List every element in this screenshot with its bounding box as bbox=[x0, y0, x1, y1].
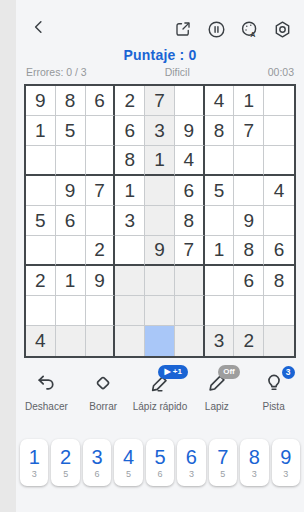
cell-r2c3[interactable] bbox=[86, 116, 116, 146]
fast-pencil-button[interactable]: ▶ +1 Lápiz rápido bbox=[132, 372, 189, 412]
numpad-digit: 9 bbox=[280, 447, 291, 468]
share-icon bbox=[174, 20, 192, 38]
cell-r6c2[interactable] bbox=[56, 236, 86, 266]
back-button[interactable] bbox=[29, 19, 49, 39]
cell-r8c8[interactable] bbox=[234, 296, 264, 326]
cell-r4c9[interactable]: 4 bbox=[264, 176, 294, 206]
cell-r1c7[interactable]: 4 bbox=[205, 86, 235, 116]
cell-r1c6[interactable] bbox=[175, 86, 205, 116]
sudoku-app: A Puntaje : 0 Errores: 0 / 3 Dificil 00:… bbox=[16, 0, 304, 512]
cell-r2c4[interactable]: 6 bbox=[115, 116, 145, 146]
cell-r8c2[interactable] bbox=[56, 296, 86, 326]
numpad-count: 3 bbox=[283, 469, 288, 479]
pencil-badge: Off bbox=[218, 365, 240, 379]
hint-badge: 3 bbox=[282, 366, 295, 379]
cell-r5c9[interactable] bbox=[264, 206, 294, 236]
numpad-count: 5 bbox=[220, 469, 225, 479]
undo-button[interactable]: Deshacer bbox=[18, 372, 75, 412]
pencil-button[interactable]: Off Lapiz bbox=[188, 372, 245, 412]
cell-r2c8[interactable]: 7 bbox=[234, 116, 264, 146]
cell-r6c1[interactable] bbox=[26, 236, 56, 266]
numpad-count: 5 bbox=[63, 469, 68, 479]
cell-r9c6[interactable] bbox=[175, 326, 205, 356]
numpad-count: 6 bbox=[95, 469, 100, 479]
cell-r6c5[interactable]: 9 bbox=[145, 236, 175, 266]
cell-r3c9[interactable] bbox=[264, 146, 294, 176]
theme-button[interactable]: A bbox=[240, 20, 258, 38]
cell-r7c6[interactable] bbox=[175, 266, 205, 296]
status-row: Errores: 0 / 3 Dificil 00:03 bbox=[16, 66, 304, 78]
undo-label: Deshacer bbox=[25, 401, 68, 412]
numpad-key-1[interactable]: 13 bbox=[20, 439, 48, 486]
share-button[interactable] bbox=[174, 20, 192, 38]
cell-r3c8[interactable] bbox=[234, 146, 264, 176]
cell-r4c5[interactable] bbox=[145, 176, 175, 206]
cell-r5c5[interactable] bbox=[145, 206, 175, 236]
numpad-key-4[interactable]: 45 bbox=[114, 439, 142, 486]
cell-r3c3[interactable] bbox=[86, 146, 116, 176]
cell-r8c9[interactable] bbox=[264, 296, 294, 326]
errors-text: Errores: 0 / 3 bbox=[26, 66, 87, 78]
erase-label: Borrar bbox=[89, 401, 117, 412]
settings-icon bbox=[273, 20, 292, 39]
cell-r7c7[interactable] bbox=[205, 266, 235, 296]
cell-r2c9[interactable] bbox=[264, 116, 294, 146]
cell-r7c2[interactable]: 1 bbox=[56, 266, 86, 296]
cell-r1c1[interactable]: 9 bbox=[26, 86, 56, 116]
cell-r2c6[interactable]: 9 bbox=[175, 116, 205, 146]
cell-r4c4[interactable]: 1 bbox=[115, 176, 145, 206]
svg-text:A: A bbox=[250, 31, 255, 39]
numpad-digit: 4 bbox=[123, 447, 134, 468]
cell-r9c7[interactable]: 3 bbox=[205, 326, 235, 356]
cell-r6c3[interactable]: 2 bbox=[86, 236, 116, 266]
cell-r8c3[interactable] bbox=[86, 296, 116, 326]
cell-r4c3[interactable]: 7 bbox=[86, 176, 116, 206]
cell-r7c9[interactable]: 8 bbox=[264, 266, 294, 296]
numpad-key-8[interactable]: 83 bbox=[240, 439, 268, 486]
cell-r1c8[interactable]: 1 bbox=[234, 86, 264, 116]
cell-r1c2[interactable]: 8 bbox=[56, 86, 86, 116]
cell-r2c2[interactable]: 5 bbox=[56, 116, 86, 146]
cell-r6c8[interactable]: 8 bbox=[234, 236, 264, 266]
numpad-count: 3 bbox=[189, 469, 194, 479]
cell-r6c9[interactable]: 6 bbox=[264, 236, 294, 266]
numpad-count: 6 bbox=[157, 469, 162, 479]
toolbar: Deshacer Borrar ▶ +1 Lápiz rápido Off bbox=[16, 372, 304, 412]
cell-r4c8[interactable] bbox=[234, 176, 264, 206]
cell-r5c4[interactable]: 3 bbox=[115, 206, 145, 236]
cell-r8c6[interactable] bbox=[175, 296, 205, 326]
cell-r1c9[interactable] bbox=[264, 86, 294, 116]
cell-r1c5[interactable]: 7 bbox=[145, 86, 175, 116]
cell-r4c2[interactable]: 9 bbox=[56, 176, 86, 206]
numpad-key-2[interactable]: 25 bbox=[51, 439, 79, 486]
cell-r1c3[interactable]: 6 bbox=[86, 86, 116, 116]
numpad-count: 3 bbox=[32, 469, 37, 479]
back-icon bbox=[30, 18, 48, 40]
cell-r1c4[interactable]: 2 bbox=[115, 86, 145, 116]
cell-r6c7[interactable]: 1 bbox=[205, 236, 235, 266]
cell-r3c6[interactable]: 4 bbox=[175, 146, 205, 176]
cell-r6c6[interactable]: 7 bbox=[175, 236, 205, 266]
pencil-label: Lapiz bbox=[205, 401, 229, 412]
cell-r5c2[interactable]: 6 bbox=[56, 206, 86, 236]
cell-r5c8[interactable]: 9 bbox=[234, 206, 264, 236]
cell-r7c4[interactable] bbox=[115, 266, 145, 296]
fast-pencil-badge: ▶ +1 bbox=[158, 365, 188, 379]
cell-r6c4[interactable] bbox=[115, 236, 145, 266]
numpad-count: 5 bbox=[126, 469, 131, 479]
cell-r5c7[interactable] bbox=[205, 206, 235, 236]
top-bar: A bbox=[16, 0, 304, 40]
cell-r2c5[interactable]: 3 bbox=[145, 116, 175, 146]
cell-r4c6[interactable]: 6 bbox=[175, 176, 205, 206]
cell-r2c1[interactable]: 1 bbox=[26, 116, 56, 146]
cell-r4c7[interactable]: 5 bbox=[205, 176, 235, 206]
cell-r3c1[interactable] bbox=[26, 146, 56, 176]
cell-r7c1[interactable]: 2 bbox=[26, 266, 56, 296]
numpad-digit: 8 bbox=[249, 447, 260, 468]
number-pad: 132536455663758393 bbox=[20, 439, 300, 486]
theme-icon: A bbox=[240, 20, 259, 39]
cell-r9c9[interactable] bbox=[264, 326, 294, 356]
cell-r9c2[interactable] bbox=[56, 326, 86, 356]
numpad-digit: 6 bbox=[186, 447, 197, 468]
cell-r3c2[interactable] bbox=[56, 146, 86, 176]
cell-r5c1[interactable]: 5 bbox=[26, 206, 56, 236]
numpad-key-7[interactable]: 75 bbox=[209, 439, 237, 486]
undo-icon bbox=[35, 372, 58, 399]
bulb-icon bbox=[263, 372, 285, 398]
timer-text: 00:03 bbox=[268, 66, 294, 78]
cell-r7c8[interactable]: 6 bbox=[234, 266, 264, 296]
numpad-key-5[interactable]: 56 bbox=[146, 439, 174, 486]
pause-icon bbox=[207, 20, 226, 39]
sudoku-board: 9862741156398781497165456389297186219684… bbox=[24, 84, 296, 358]
numpad-digit: 3 bbox=[92, 447, 103, 468]
cell-r8c4[interactable] bbox=[115, 296, 145, 326]
cell-r4c1[interactable] bbox=[26, 176, 56, 206]
cell-r9c4[interactable] bbox=[115, 326, 145, 356]
cell-r8c1[interactable] bbox=[26, 296, 56, 326]
erase-button[interactable]: Borrar bbox=[75, 372, 132, 412]
numpad-key-6[interactable]: 63 bbox=[177, 439, 205, 486]
numpad-key-9[interactable]: 93 bbox=[272, 439, 300, 486]
hint-label: Pista bbox=[262, 401, 284, 412]
pause-button[interactable] bbox=[207, 20, 225, 38]
cell-r9c5[interactable] bbox=[145, 326, 175, 356]
numpad-count: 3 bbox=[252, 469, 257, 479]
cell-r3c5[interactable]: 1 bbox=[145, 146, 175, 176]
numpad-digit: 2 bbox=[60, 447, 71, 468]
eraser-icon bbox=[92, 372, 114, 398]
cell-r7c3[interactable]: 9 bbox=[86, 266, 116, 296]
cell-r3c4[interactable]: 8 bbox=[115, 146, 145, 176]
settings-button[interactable] bbox=[273, 20, 291, 38]
cell-r7c5[interactable] bbox=[145, 266, 175, 296]
cell-r3c7[interactable] bbox=[205, 146, 235, 176]
score-text: Puntaje : 0 bbox=[16, 47, 304, 63]
cell-r2c7[interactable]: 8 bbox=[205, 116, 235, 146]
cell-r5c6[interactable]: 8 bbox=[175, 206, 205, 236]
cell-r9c1[interactable]: 4 bbox=[26, 326, 56, 356]
fast-pencil-label: Lápiz rápido bbox=[133, 401, 187, 412]
difficulty-text: Dificil bbox=[87, 66, 268, 78]
numpad-key-3[interactable]: 36 bbox=[83, 439, 111, 486]
cell-r9c3[interactable] bbox=[86, 326, 116, 356]
numpad-digit: 7 bbox=[217, 447, 228, 468]
hint-button[interactable]: 3 Pista bbox=[245, 372, 302, 412]
cell-r5c3[interactable] bbox=[86, 206, 116, 236]
numpad-digit: 5 bbox=[154, 447, 165, 468]
cell-r8c5[interactable] bbox=[145, 296, 175, 326]
numpad-digit: 1 bbox=[29, 447, 40, 468]
cell-r9c8[interactable]: 2 bbox=[234, 326, 264, 356]
cell-r8c7[interactable] bbox=[205, 296, 235, 326]
